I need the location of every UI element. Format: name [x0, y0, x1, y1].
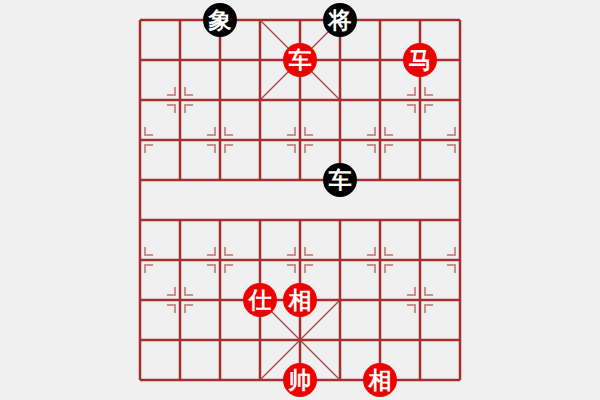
board[interactable]: 象将车马车仕相帅相 [120, 0, 480, 400]
piece-red-horse[interactable]: 马 [403, 43, 437, 77]
piece-red-general[interactable]: 帅 [283, 363, 317, 397]
piece-red-advisor[interactable]: 仕 [243, 283, 277, 317]
piece-black-elephant[interactable]: 象 [203, 3, 237, 37]
piece-red-elephant[interactable]: 相 [283, 283, 317, 317]
piece-red-chariot[interactable]: 车 [283, 43, 317, 77]
piece-black-general[interactable]: 将 [323, 3, 357, 37]
xiangqi-board-canvas: 象将车马车仕相帅相 [0, 0, 600, 400]
piece-red-elephant-2[interactable]: 相 [363, 363, 397, 397]
piece-black-chariot[interactable]: 车 [323, 163, 357, 197]
